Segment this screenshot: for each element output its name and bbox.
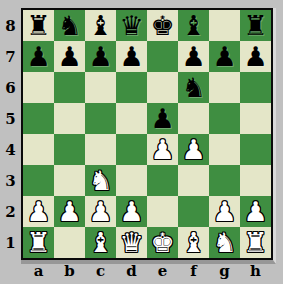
piece-white-knight-c3[interactable]: ♞: [85, 165, 116, 196]
square-g4[interactable]: [209, 134, 240, 165]
square-c7[interactable]: ♟: [85, 41, 116, 72]
square-a4[interactable]: [23, 134, 54, 165]
square-e8[interactable]: ♚: [147, 10, 178, 41]
square-g3[interactable]: [209, 165, 240, 196]
piece-black-pawn-f7[interactable]: ♟: [178, 41, 209, 72]
piece-white-pawn-h2[interactable]: ♟: [240, 196, 271, 227]
rank-label-6: 6: [0, 72, 21, 103]
piece-black-bishop-c8[interactable]: ♝: [85, 10, 116, 41]
square-a5[interactable]: [23, 103, 54, 134]
square-b3[interactable]: [54, 165, 85, 196]
file-label-c: c: [85, 260, 116, 282]
square-b5[interactable]: [54, 103, 85, 134]
piece-white-pawn-g2[interactable]: ♟: [209, 196, 240, 227]
square-f6[interactable]: ♞: [178, 72, 209, 103]
piece-black-pawn-e5[interactable]: ♟: [147, 103, 178, 134]
square-e4[interactable]: ♟: [147, 134, 178, 165]
square-d3[interactable]: [116, 165, 147, 196]
square-a2[interactable]: ♟: [23, 196, 54, 227]
square-e7[interactable]: [147, 41, 178, 72]
piece-white-queen-d1[interactable]: ♛: [116, 227, 147, 258]
rank-labels: 87654321: [0, 10, 21, 258]
square-d5[interactable]: [116, 103, 147, 134]
square-a6[interactable]: [23, 72, 54, 103]
square-c8[interactable]: ♝: [85, 10, 116, 41]
piece-black-king-e8[interactable]: ♚: [147, 10, 178, 41]
square-a7[interactable]: ♟: [23, 41, 54, 72]
square-h6[interactable]: [240, 72, 271, 103]
square-h1[interactable]: ♜: [240, 227, 271, 258]
square-c4[interactable]: [85, 134, 116, 165]
file-label-h: h: [240, 260, 271, 282]
square-f2[interactable]: [178, 196, 209, 227]
chess-board[interactable]: ♜♞♝♛♚♝♜♟♟♟♟♟♟♟♞♟♟♟♞♟♟♟♟♟♟♜♝♛♚♝♞♜: [23, 10, 271, 258]
piece-black-pawn-b7[interactable]: ♟: [54, 41, 85, 72]
square-c2[interactable]: ♟: [85, 196, 116, 227]
rank-label-8: 8: [0, 10, 21, 41]
square-g2[interactable]: ♟: [209, 196, 240, 227]
square-e6[interactable]: [147, 72, 178, 103]
file-label-e: e: [147, 260, 178, 282]
board-frame: ♜♞♝♛♚♝♜♟♟♟♟♟♟♟♞♟♟♟♞♟♟♟♟♟♟♜♝♛♚♝♞♜: [21, 8, 276, 264]
piece-white-rook-h1[interactable]: ♜: [240, 227, 271, 258]
file-label-g: g: [209, 260, 240, 282]
rank-label-3: 3: [0, 165, 21, 196]
square-c3[interactable]: ♞: [85, 165, 116, 196]
rank-label-1: 1: [0, 227, 21, 258]
square-f8[interactable]: ♝: [178, 10, 209, 41]
square-g1[interactable]: ♞: [209, 227, 240, 258]
piece-white-rook-a1[interactable]: ♜: [23, 227, 54, 258]
square-d1[interactable]: ♛: [116, 227, 147, 258]
piece-white-pawn-c2[interactable]: ♟: [85, 196, 116, 227]
square-d2[interactable]: ♟: [116, 196, 147, 227]
square-f5[interactable]: [178, 103, 209, 134]
piece-black-pawn-d7[interactable]: ♟: [116, 41, 147, 72]
square-h8[interactable]: ♜: [240, 10, 271, 41]
square-g6[interactable]: [209, 72, 240, 103]
square-h5[interactable]: [240, 103, 271, 134]
square-b4[interactable]: [54, 134, 85, 165]
piece-white-pawn-d2[interactable]: ♟: [116, 196, 147, 227]
file-label-f: f: [178, 260, 209, 282]
piece-black-pawn-c7[interactable]: ♟: [85, 41, 116, 72]
piece-white-pawn-b2[interactable]: ♟: [54, 196, 85, 227]
square-a1[interactable]: ♜: [23, 227, 54, 258]
square-b1[interactable]: [54, 227, 85, 258]
piece-black-bishop-f8[interactable]: ♝: [178, 10, 209, 41]
square-g5[interactable]: [209, 103, 240, 134]
square-a8[interactable]: ♜: [23, 10, 54, 41]
square-d8[interactable]: ♛: [116, 10, 147, 41]
square-a3[interactable]: [23, 165, 54, 196]
piece-black-pawn-a7[interactable]: ♟: [23, 41, 54, 72]
chess-app-window: 87654321 ♜♞♝♛♚♝♜♟♟♟♟♟♟♟♞♟♟♟♞♟♟♟♟♟♟♜♝♛♚♝♞…: [0, 0, 283, 284]
piece-black-pawn-g7[interactable]: ♟: [209, 41, 240, 72]
piece-black-queen-d8[interactable]: ♛: [116, 10, 147, 41]
piece-white-bishop-c1[interactable]: ♝: [85, 227, 116, 258]
rank-label-5: 5: [0, 103, 21, 134]
square-e3[interactable]: [147, 165, 178, 196]
square-h4[interactable]: [240, 134, 271, 165]
piece-black-knight-b8[interactable]: ♞: [54, 10, 85, 41]
square-f1[interactable]: ♝: [178, 227, 209, 258]
square-g8[interactable]: [209, 10, 240, 41]
square-c6[interactable]: [85, 72, 116, 103]
piece-white-pawn-f4[interactable]: ♟: [178, 134, 209, 165]
piece-white-bishop-f1[interactable]: ♝: [178, 227, 209, 258]
square-d4[interactable]: [116, 134, 147, 165]
square-h3[interactable]: [240, 165, 271, 196]
file-labels: abcdefgh: [23, 260, 271, 282]
square-f4[interactable]: ♟: [178, 134, 209, 165]
square-b8[interactable]: ♞: [54, 10, 85, 41]
piece-black-knight-f6[interactable]: ♞: [178, 72, 209, 103]
piece-black-pawn-h7[interactable]: ♟: [240, 41, 271, 72]
square-c1[interactable]: ♝: [85, 227, 116, 258]
square-d7[interactable]: ♟: [116, 41, 147, 72]
rank-label-2: 2: [0, 196, 21, 227]
piece-white-pawn-a2[interactable]: ♟: [23, 196, 54, 227]
square-b6[interactable]: [54, 72, 85, 103]
square-g7[interactable]: ♟: [209, 41, 240, 72]
square-c5[interactable]: [85, 103, 116, 134]
file-label-a: a: [23, 260, 54, 282]
piece-black-rook-a8[interactable]: ♜: [23, 10, 54, 41]
square-b2[interactable]: ♟: [54, 196, 85, 227]
square-e1[interactable]: ♚: [147, 227, 178, 258]
file-label-d: d: [116, 260, 147, 282]
square-h2[interactable]: ♟: [240, 196, 271, 227]
piece-white-pawn-e4[interactable]: ♟: [147, 134, 178, 165]
piece-white-king-e1[interactable]: ♚: [147, 227, 178, 258]
square-b7[interactable]: ♟: [54, 41, 85, 72]
square-f7[interactable]: ♟: [178, 41, 209, 72]
square-e5[interactable]: ♟: [147, 103, 178, 134]
piece-black-rook-h8[interactable]: ♜: [240, 10, 271, 41]
board-border: ♜♞♝♛♚♝♜♟♟♟♟♟♟♟♞♟♟♟♞♟♟♟♟♟♟♜♝♛♚♝♞♜: [21, 8, 273, 260]
rank-label-4: 4: [0, 134, 21, 165]
rank-label-7: 7: [0, 41, 21, 72]
square-d6[interactable]: [116, 72, 147, 103]
piece-white-knight-g1[interactable]: ♞: [209, 227, 240, 258]
square-f3[interactable]: [178, 165, 209, 196]
square-h7[interactable]: ♟: [240, 41, 271, 72]
file-label-b: b: [54, 260, 85, 282]
square-e2[interactable]: [147, 196, 178, 227]
